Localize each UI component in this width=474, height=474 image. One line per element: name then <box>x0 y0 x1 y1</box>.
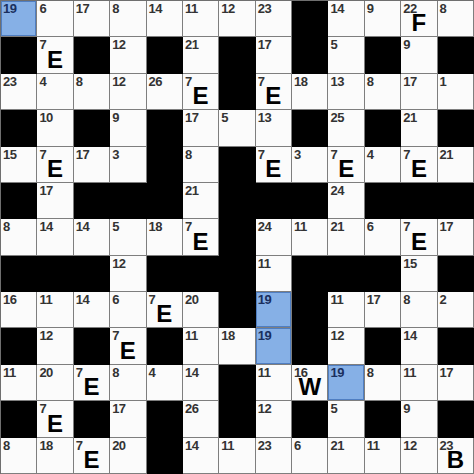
black-cell-r12c5 <box>147 401 183 437</box>
cell-letter: E <box>37 156 72 182</box>
cell-r8c8[interactable]: 11 <box>256 256 292 292</box>
cell-number: 17 <box>367 292 380 307</box>
black-cell-r6c9 <box>292 183 328 219</box>
black-cell-r12c7 <box>219 401 255 437</box>
cell-letter: E <box>37 411 72 437</box>
cell-r13c6[interactable]: 14 <box>183 438 219 474</box>
black-cell-r4c1 <box>1 110 37 146</box>
cell-r11c5[interactable]: 4 <box>147 365 183 401</box>
cell-number: 11 <box>258 365 271 380</box>
black-cell-r12c13 <box>438 401 474 437</box>
cell-number: 23 <box>258 438 271 453</box>
cell-number: 3 <box>112 147 119 162</box>
cell-r1c8[interactable]: 23 <box>256 1 292 37</box>
cell-r11c2[interactable]: 20 <box>37 365 73 401</box>
cell-number: 4 <box>149 365 156 380</box>
cell-number: 17 <box>76 1 89 16</box>
cell-r7c9[interactable]: 11 <box>292 219 328 255</box>
cell-r10c7[interactable]: 18 <box>219 328 255 364</box>
cell-number: 14 <box>149 1 162 16</box>
cell-number: 6 <box>112 292 119 307</box>
black-cell-r4c9 <box>292 110 328 146</box>
cell-number: 16 <box>3 292 16 307</box>
cell-number: 12 <box>112 256 125 271</box>
cell-r4c4[interactable]: 9 <box>110 110 146 146</box>
cell-r4c10[interactable]: 25 <box>328 110 364 146</box>
cell-number: 9 <box>367 1 374 16</box>
cell-number: 21 <box>330 219 343 234</box>
black-cell-r13c5 <box>147 438 183 474</box>
black-cell-r2c13 <box>438 37 474 73</box>
cell-number: 13 <box>258 110 271 125</box>
cell-number: 8 <box>112 365 119 380</box>
cell-r4c8[interactable]: 13 <box>256 110 292 146</box>
cell-r3c12[interactable]: 17 <box>401 74 437 110</box>
black-cell-r7c7 <box>219 219 255 255</box>
cell-number: 23 <box>3 74 16 89</box>
cell-r13c8[interactable]: 23 <box>256 438 292 474</box>
black-cell-r8c5 <box>147 256 183 292</box>
cell-number: 12 <box>39 328 52 343</box>
cell-r2c4[interactable]: 12 <box>110 37 146 73</box>
black-cell-r2c7 <box>219 37 255 73</box>
cell-letter: E <box>110 338 145 364</box>
cell-number: 14 <box>403 328 416 343</box>
black-cell-r6c4 <box>110 183 146 219</box>
cell-r8c12[interactable]: 15 <box>401 256 437 292</box>
cell-letter: B <box>438 447 473 473</box>
cell-r10c6[interactable]: 11 <box>183 328 219 364</box>
cell-r7c6[interactable]: 7E <box>183 219 219 255</box>
black-cell-r2c5 <box>147 37 183 73</box>
cell-r12c4[interactable]: 17 <box>110 401 146 437</box>
cell-number: 13 <box>330 74 343 89</box>
cell-r7c11[interactable]: 6 <box>365 219 401 255</box>
cell-r3c4[interactable]: 12 <box>110 74 146 110</box>
black-cell-r5c7 <box>219 147 255 183</box>
cell-letter: E <box>401 156 436 182</box>
cell-r9c1[interactable]: 16 <box>1 292 37 328</box>
cell-number: 1 <box>440 74 447 89</box>
cell-r1c3[interactable]: 17 <box>74 1 110 37</box>
cell-number: 17 <box>440 219 453 234</box>
cell-r5c3[interactable]: 17 <box>74 147 110 183</box>
cell-number: 14 <box>185 365 198 380</box>
cell-number: 8 <box>367 365 374 380</box>
cell-number: 12 <box>258 401 271 416</box>
black-cell-r6c5 <box>147 183 183 219</box>
cell-number: 9 <box>403 37 410 52</box>
cell-r3c8[interactable]: 7E <box>256 74 292 110</box>
black-cell-r12c1 <box>1 401 37 437</box>
cell-r3c2[interactable]: 4 <box>37 74 73 110</box>
cell-r9c5[interactable]: 7E <box>147 292 183 328</box>
cell-r11c13[interactable]: 17 <box>438 365 474 401</box>
cell-number: 12 <box>112 74 125 89</box>
cell-r1c11[interactable]: 9 <box>365 1 401 37</box>
cell-r13c4[interactable]: 20 <box>110 438 146 474</box>
cell-number: 11 <box>221 438 234 453</box>
cell-r1c4[interactable]: 8 <box>110 1 146 37</box>
cell-r7c2[interactable]: 14 <box>37 219 73 255</box>
codeword-board: 1961781411122314922F87E12211759234812267… <box>0 0 474 474</box>
cell-r13c10[interactable]: 21 <box>328 438 364 474</box>
cell-number: 8 <box>3 438 10 453</box>
cell-r12c8[interactable]: 12 <box>256 401 292 437</box>
cell-letter: E <box>183 229 218 255</box>
cell-r7c10[interactable]: 21 <box>328 219 364 255</box>
black-cell-r12c3 <box>74 401 110 437</box>
cell-number: 26 <box>149 74 162 89</box>
cell-number: 12 <box>403 438 416 453</box>
cell-number: 8 <box>367 74 374 89</box>
cell-r4c7[interactable]: 5 <box>219 110 255 146</box>
black-cell-r4c5 <box>147 110 183 146</box>
cell-number: 11 <box>367 438 380 453</box>
black-cell-r8c11 <box>365 256 401 292</box>
cell-r9c6[interactable]: 20 <box>183 292 219 328</box>
cell-r4c12[interactable]: 21 <box>401 110 437 146</box>
cell-number: 25 <box>330 110 343 125</box>
cell-r11c6[interactable]: 14 <box>183 365 219 401</box>
cell-number: 8 <box>440 1 447 16</box>
cell-number: 11 <box>39 292 52 307</box>
cell-r7c12[interactable]: 7E <box>401 219 437 255</box>
cell-number: 6 <box>294 438 301 453</box>
cell-r5c8[interactable]: 7E <box>256 147 292 183</box>
cell-r2c2[interactable]: 7E <box>37 37 73 73</box>
cell-r11c8[interactable]: 11 <box>256 365 292 401</box>
cell-number: 6 <box>367 219 374 234</box>
black-cell-r3c7 <box>219 74 255 110</box>
cell-r3c11[interactable]: 8 <box>365 74 401 110</box>
cell-number: 12 <box>330 328 343 343</box>
cell-r9c8[interactable]: 19 <box>256 292 292 328</box>
black-cell-r6c13 <box>438 183 474 219</box>
cell-number: 8 <box>3 219 10 234</box>
cell-r6c2[interactable]: 17 <box>37 183 73 219</box>
cell-r10c10[interactable]: 12 <box>328 328 364 364</box>
black-cell-r10c3 <box>74 328 110 364</box>
cell-number: 6 <box>39 1 46 16</box>
cell-number: 15 <box>403 256 416 271</box>
cell-number: 11 <box>330 292 343 307</box>
cell-number: 18 <box>39 438 52 453</box>
cell-r2c6[interactable]: 21 <box>183 37 219 73</box>
cell-letter: E <box>74 447 109 473</box>
cell-r11c10[interactable]: 19 <box>328 365 364 401</box>
cell-number: 14 <box>76 292 89 307</box>
cell-number: 20 <box>185 292 198 307</box>
cell-number: 5 <box>330 37 337 52</box>
black-cell-r5c5 <box>147 147 183 183</box>
cell-number: 26 <box>185 401 198 416</box>
cell-number: 17 <box>440 365 453 380</box>
cell-number: 11 <box>294 219 307 234</box>
cell-r5c12[interactable]: 7E <box>401 147 437 183</box>
cell-r10c2[interactable]: 12 <box>37 328 73 364</box>
cell-number: 9 <box>112 110 119 125</box>
cell-number: 19 <box>258 328 271 343</box>
cell-number: 19 <box>3 1 16 16</box>
cell-letter: E <box>74 374 109 400</box>
cell-r3c10[interactable]: 13 <box>328 74 364 110</box>
cell-r7c8[interactable]: 24 <box>256 219 292 255</box>
black-cell-r9c9 <box>292 292 328 328</box>
black-cell-r2c1 <box>1 37 37 73</box>
cell-r5c4[interactable]: 3 <box>110 147 146 183</box>
cell-number: 11 <box>403 365 416 380</box>
cell-r9c11[interactable]: 17 <box>365 292 401 328</box>
cell-number: 17 <box>112 401 125 416</box>
cell-r9c4[interactable]: 6 <box>110 292 146 328</box>
cell-number: 9 <box>403 401 410 416</box>
cell-r1c12[interactable]: 22F <box>401 1 437 37</box>
cell-number: 8 <box>185 147 192 162</box>
cell-number: 17 <box>185 110 198 125</box>
cell-r3c1[interactable]: 23 <box>1 74 37 110</box>
cell-number: 15 <box>3 147 16 162</box>
cell-r1c6[interactable]: 11 <box>183 1 219 37</box>
cell-r12c12[interactable]: 9 <box>401 401 437 437</box>
black-cell-r6c1 <box>1 183 37 219</box>
cell-letter: E <box>256 156 291 182</box>
cell-r5c1[interactable]: 15 <box>1 147 37 183</box>
cell-r8c4[interactable]: 12 <box>110 256 146 292</box>
cell-r3c5[interactable]: 26 <box>147 74 183 110</box>
black-cell-r8c6 <box>183 256 219 292</box>
cell-letter: E <box>37 47 72 73</box>
cell-r3c6[interactable]: 7E <box>183 74 219 110</box>
cell-number: 23 <box>258 1 271 16</box>
black-cell-r6c8 <box>256 183 292 219</box>
cell-r13c1[interactable]: 8 <box>1 438 37 474</box>
cell-r6c6[interactable]: 21 <box>183 183 219 219</box>
cell-number: 11 <box>258 256 271 271</box>
cell-r11c11[interactable]: 8 <box>365 365 401 401</box>
cell-number: 21 <box>330 438 343 453</box>
cell-r3c3[interactable]: 8 <box>74 74 110 110</box>
cell-number: 21 <box>440 147 453 162</box>
cell-r5c13[interactable]: 21 <box>438 147 474 183</box>
black-cell-r11c7 <box>219 365 255 401</box>
cell-number: 17 <box>39 183 52 198</box>
black-cell-r6c11 <box>365 183 401 219</box>
black-cell-r10c11 <box>365 328 401 364</box>
cell-r1c2[interactable]: 6 <box>37 1 73 37</box>
cell-number: 14 <box>39 219 52 234</box>
cell-r7c5[interactable]: 18 <box>147 219 183 255</box>
cell-letter: E <box>256 83 291 109</box>
cell-number: 17 <box>403 74 416 89</box>
black-cell-r4c3 <box>74 110 110 146</box>
cell-number: 24 <box>258 219 271 234</box>
cell-r9c13[interactable]: 2 <box>438 292 474 328</box>
cell-number: 17 <box>258 37 271 52</box>
cell-number: 21 <box>403 110 416 125</box>
cell-r13c9[interactable]: 6 <box>292 438 328 474</box>
cell-letter: F <box>401 10 436 36</box>
black-cell-r10c13 <box>438 328 474 364</box>
cell-r7c4[interactable]: 5 <box>110 219 146 255</box>
cell-number: 5 <box>221 110 228 125</box>
cell-r2c8[interactable]: 17 <box>256 37 292 73</box>
cell-r4c2[interactable]: 10 <box>37 110 73 146</box>
cell-r4c6[interactable]: 17 <box>183 110 219 146</box>
cell-number: 24 <box>330 183 343 198</box>
cell-number: 18 <box>221 328 234 343</box>
cell-r13c11[interactable]: 11 <box>365 438 401 474</box>
cell-letter: E <box>328 156 363 182</box>
cell-number: 8 <box>112 1 119 16</box>
cell-r1c5[interactable]: 14 <box>147 1 183 37</box>
cell-r11c3[interactable]: 7E <box>74 365 110 401</box>
black-cell-r2c3 <box>74 37 110 73</box>
cell-number: 11 <box>185 1 198 16</box>
cell-number: 17 <box>76 147 89 162</box>
cell-r13c3[interactable]: 7E <box>74 438 110 474</box>
cell-r11c12[interactable]: 11 <box>401 365 437 401</box>
cell-r9c12[interactable]: 8 <box>401 292 437 328</box>
black-cell-r8c1 <box>1 256 37 292</box>
black-cell-r10c1 <box>1 328 37 364</box>
cell-r11c1[interactable]: 11 <box>1 365 37 401</box>
cell-number: 5 <box>112 219 119 234</box>
cell-number: 3 <box>294 147 301 162</box>
cell-r2c12[interactable]: 9 <box>401 37 437 73</box>
black-cell-r8c9 <box>292 256 328 292</box>
cell-number: 11 <box>185 328 198 343</box>
black-cell-r10c9 <box>292 328 328 364</box>
black-cell-r6c7 <box>219 183 255 219</box>
cell-r7c1[interactable]: 8 <box>1 219 37 255</box>
cell-r13c13[interactable]: 23B <box>438 438 474 474</box>
cell-r9c10[interactable]: 11 <box>328 292 364 328</box>
cell-number: 21 <box>185 183 198 198</box>
black-cell-r2c11 <box>365 37 401 73</box>
cell-number: 14 <box>76 219 89 234</box>
cell-r1c1[interactable]: 19 <box>1 1 37 37</box>
black-cell-r6c3 <box>74 183 110 219</box>
cell-r13c2[interactable]: 18 <box>37 438 73 474</box>
cell-number: 12 <box>112 37 125 52</box>
black-cell-r8c13 <box>438 256 474 292</box>
cell-number: 5 <box>330 401 337 416</box>
cell-number: 8 <box>403 292 410 307</box>
cell-number: 8 <box>76 74 83 89</box>
cell-number: 19 <box>330 365 343 380</box>
cell-r1c7[interactable]: 12 <box>219 1 255 37</box>
cell-r5c11[interactable]: 4 <box>365 147 401 183</box>
cell-r11c4[interactable]: 8 <box>110 365 146 401</box>
black-cell-r10c5 <box>147 328 183 364</box>
cell-r7c3[interactable]: 14 <box>74 219 110 255</box>
black-cell-r8c10 <box>328 256 364 292</box>
cell-r10c12[interactable]: 14 <box>401 328 437 364</box>
cell-letter: E <box>183 83 218 109</box>
cell-r12c6[interactable]: 26 <box>183 401 219 437</box>
cell-r11c9[interactable]: 16W <box>292 365 328 401</box>
cell-letter: W <box>292 374 327 400</box>
cell-r10c8[interactable]: 19 <box>256 328 292 364</box>
cell-r6c10[interactable]: 24 <box>328 183 364 219</box>
cell-number: 12 <box>221 1 234 16</box>
black-cell-r4c13 <box>438 110 474 146</box>
black-cell-r8c7 <box>219 256 255 292</box>
black-cell-r12c9 <box>292 401 328 437</box>
cell-letter: E <box>147 301 182 327</box>
black-cell-r2c9 <box>292 37 328 73</box>
cell-number: 4 <box>367 147 374 162</box>
cell-r3c13[interactable]: 1 <box>438 74 474 110</box>
cell-r5c10[interactable]: 7E <box>328 147 364 183</box>
cell-r9c2[interactable]: 11 <box>37 292 73 328</box>
black-cell-r12c11 <box>365 401 401 437</box>
cell-r9c3[interactable]: 14 <box>74 292 110 328</box>
cell-number: 14 <box>185 438 198 453</box>
cell-r10c4[interactable]: 7E <box>110 328 146 364</box>
cell-r5c9[interactable]: 3 <box>292 147 328 183</box>
cell-r1c10[interactable]: 14 <box>328 1 364 37</box>
cell-r7c13[interactable]: 17 <box>438 219 474 255</box>
cell-number: 2 <box>440 292 447 307</box>
cell-number: 18 <box>294 74 307 89</box>
black-cell-r1c9 <box>292 1 328 37</box>
cell-number: 19 <box>258 292 271 307</box>
black-cell-r6c12 <box>401 183 437 219</box>
cell-number: 4 <box>39 74 46 89</box>
cell-r13c7[interactable]: 11 <box>219 438 255 474</box>
cell-r13c12[interactable]: 12 <box>401 438 437 474</box>
cell-r1c13[interactable]: 8 <box>438 1 474 37</box>
cell-r2c10[interactable]: 5 <box>328 37 364 73</box>
cell-r5c2[interactable]: 7E <box>37 147 73 183</box>
cell-number: 11 <box>3 365 16 380</box>
cell-number: 14 <box>330 1 343 16</box>
cell-letter: E <box>401 229 436 255</box>
cell-r12c2[interactable]: 7E <box>37 401 73 437</box>
cell-number: 18 <box>149 219 162 234</box>
cell-r5c6[interactable]: 8 <box>183 147 219 183</box>
black-cell-r8c3 <box>74 256 110 292</box>
cell-number: 20 <box>112 438 125 453</box>
cell-number: 21 <box>185 37 198 52</box>
cell-number: 10 <box>39 110 52 125</box>
black-cell-r9c7 <box>219 292 255 328</box>
cell-r3c9[interactable]: 18 <box>292 74 328 110</box>
black-cell-r8c2 <box>37 256 73 292</box>
black-cell-r4c11 <box>365 110 401 146</box>
cell-r12c10[interactable]: 5 <box>328 401 364 437</box>
cell-number: 20 <box>39 365 52 380</box>
